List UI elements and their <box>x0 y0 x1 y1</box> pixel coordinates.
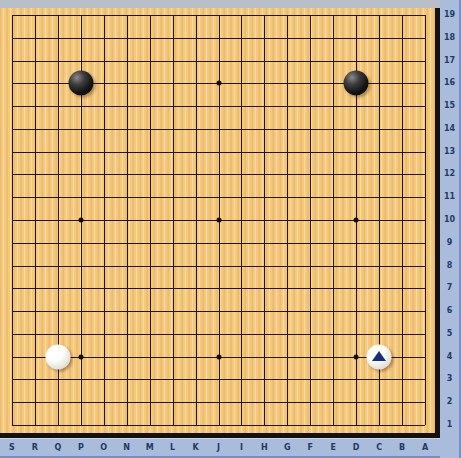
row-label-2: 2 <box>440 397 459 407</box>
right-coordinate-strip: 19181716151413121110987654321 <box>440 0 461 458</box>
column-label-F: F <box>308 443 313 453</box>
column-label-Q: Q <box>54 443 61 453</box>
grid-line-horizontal <box>12 243 425 244</box>
column-label-J: J <box>217 443 220 453</box>
grid-line-vertical <box>333 15 334 425</box>
grid-line-horizontal <box>12 379 425 380</box>
column-label-I: I <box>240 443 243 453</box>
grid-line-horizontal <box>12 266 425 267</box>
row-label-4: 4 <box>440 352 459 362</box>
row-label-9: 9 <box>440 238 459 248</box>
row-label-15: 15 <box>440 101 459 111</box>
grid-line-vertical <box>264 15 265 425</box>
column-label-D: D <box>353 443 360 453</box>
star-point <box>354 354 359 359</box>
star-point <box>216 354 221 359</box>
top-bar <box>0 0 440 8</box>
row-label-16: 16 <box>440 78 459 88</box>
row-label-17: 17 <box>440 56 459 66</box>
bottom-coordinate-strip: SRQPONMLKJIHGFEDCBA <box>0 438 440 458</box>
black-stone <box>68 71 93 96</box>
row-label-13: 13 <box>440 147 459 157</box>
last-move-triangle-icon <box>372 351 386 361</box>
column-label-E: E <box>330 443 335 453</box>
board-grid[interactable] <box>12 15 425 425</box>
star-point <box>216 81 221 86</box>
grid-line-vertical <box>287 15 288 425</box>
column-label-C: C <box>376 443 382 453</box>
row-label-3: 3 <box>440 374 459 384</box>
grid-line-horizontal <box>12 425 425 426</box>
row-label-8: 8 <box>440 261 459 271</box>
star-point <box>216 218 221 223</box>
grid-line-vertical <box>425 15 426 425</box>
column-label-S: S <box>9 443 15 453</box>
column-label-H: H <box>261 443 268 453</box>
row-label-7: 7 <box>440 283 459 293</box>
row-label-5: 5 <box>440 329 459 339</box>
star-point <box>354 218 359 223</box>
white-stone <box>45 344 70 369</box>
star-point <box>78 218 83 223</box>
column-label-L: L <box>170 443 175 453</box>
row-label-18: 18 <box>440 33 459 43</box>
grid-line-vertical <box>310 15 311 425</box>
column-label-K: K <box>192 443 198 453</box>
go-client-window: { "game": "go", "window": { "top_bar_col… <box>0 0 461 458</box>
grid-line-horizontal <box>12 402 425 403</box>
grid-line-vertical <box>402 15 403 425</box>
row-label-6: 6 <box>440 306 459 316</box>
grid-line-vertical <box>241 15 242 425</box>
row-label-1: 1 <box>440 420 459 430</box>
column-label-B: B <box>399 443 405 453</box>
column-label-N: N <box>123 443 130 453</box>
row-label-14: 14 <box>440 124 459 134</box>
grid-line-horizontal <box>12 311 425 312</box>
go-board[interactable] <box>0 8 440 438</box>
column-label-M: M <box>146 443 154 453</box>
star-point <box>78 354 83 359</box>
row-label-10: 10 <box>440 215 459 225</box>
column-label-A: A <box>422 443 428 453</box>
column-label-P: P <box>78 443 84 453</box>
row-label-11: 11 <box>440 192 459 202</box>
grid-line-horizontal <box>12 334 425 335</box>
row-label-19: 19 <box>440 10 459 20</box>
column-label-R: R <box>32 443 38 453</box>
row-label-12: 12 <box>440 169 459 179</box>
column-label-G: G <box>284 443 291 453</box>
column-label-O: O <box>100 443 107 453</box>
black-stone <box>344 71 369 96</box>
grid-line-horizontal <box>12 288 425 289</box>
